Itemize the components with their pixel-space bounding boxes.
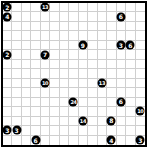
board-cell-r2c13[interactable]: [126, 22, 135, 31]
clue-circle: 3: [116, 41, 125, 50]
board-cell-r6c12[interactable]: [117, 60, 126, 69]
clue-circle: 6: [116, 97, 125, 106]
board-cell-r2c14[interactable]: [136, 22, 145, 31]
board-cell-r0c12[interactable]: [117, 3, 126, 12]
board-cell-r8c0[interactable]: [3, 79, 12, 88]
board-cell-r4c3[interactable]: [31, 41, 40, 50]
board-cell-r3c10[interactable]: [98, 31, 107, 40]
board-cell-r10c12[interactable]: 6: [117, 98, 126, 107]
board-cell-r13c5[interactable]: [50, 126, 59, 135]
board-cell-r7c10[interactable]: [98, 69, 107, 78]
board-cell-r14c11[interactable]: 4: [107, 136, 116, 145]
board-cell-r6c7[interactable]: [69, 60, 78, 69]
board-cell-r13c13[interactable]: [126, 126, 135, 135]
board-cell-r0c9[interactable]: [88, 3, 97, 12]
board-cell-r1c2[interactable]: [22, 12, 31, 21]
board-cell-r10c4[interactable]: [41, 98, 50, 107]
board-cell-r11c0[interactable]: [3, 107, 12, 116]
board-cell-r14c4[interactable]: [41, 136, 50, 145]
board-cell-r11c4[interactable]: [41, 107, 50, 116]
board-cell-r0c7[interactable]: [69, 3, 78, 12]
board-cell-r6c11[interactable]: [107, 60, 116, 69]
board-cell-r7c9[interactable]: [88, 69, 97, 78]
board-cell-r13c7[interactable]: [69, 126, 78, 135]
board-cell-r12c5[interactable]: [50, 117, 59, 126]
board-cell-r6c14[interactable]: [136, 60, 145, 69]
board-cell-r13c6[interactable]: [60, 126, 69, 135]
board-cell-r9c4[interactable]: [41, 88, 50, 97]
board-cell-r11c3[interactable]: [31, 107, 40, 116]
board-cell-r2c1[interactable]: [12, 22, 21, 31]
board-cell-r12c11[interactable]: 8: [107, 117, 116, 126]
board-cell-r8c2[interactable]: [22, 79, 31, 88]
board-cell-r4c5[interactable]: [50, 41, 59, 50]
board-cell-r1c12[interactable]: 6: [117, 12, 126, 21]
board-cell-r6c2[interactable]: [22, 60, 31, 69]
board-cell-r9c9[interactable]: [88, 88, 97, 97]
board-cell-r5c14[interactable]: [136, 50, 145, 59]
board-cell-r5c1[interactable]: [12, 50, 21, 59]
board-cell-r1c3[interactable]: [31, 12, 40, 21]
board-cell-r7c5[interactable]: [50, 69, 59, 78]
board-cell-r3c5[interactable]: [50, 31, 59, 40]
board-cell-r12c8[interactable]: 14: [79, 117, 88, 126]
board-cell-r0c13[interactable]: [126, 3, 135, 12]
board-cell-r12c9[interactable]: [88, 117, 97, 126]
board-cell-r11c12[interactable]: [117, 107, 126, 116]
board-cell-r5c6[interactable]: [60, 50, 69, 59]
board-cell-r2c9[interactable]: [88, 22, 97, 31]
board-cell-r0c3[interactable]: [31, 3, 40, 12]
board-cell-r10c6[interactable]: [60, 98, 69, 107]
board-cell-r13c4[interactable]: [41, 126, 50, 135]
board-cell-r2c10[interactable]: [98, 22, 107, 31]
board-cell-r12c3[interactable]: [31, 117, 40, 126]
board-cell-r11c14[interactable]: 10: [136, 107, 145, 116]
board-cell-r14c5[interactable]: [50, 136, 59, 145]
board-cell-r10c8[interactable]: [79, 98, 88, 107]
board-cell-r5c10[interactable]: [98, 50, 107, 59]
kuromasu-board: 213469362710132461014833643: [1, 1, 147, 147]
board-cell-r9c6[interactable]: [60, 88, 69, 97]
board-cell-r14c0[interactable]: [3, 136, 12, 145]
board-cell-r3c3[interactable]: [31, 31, 40, 40]
board-cell-r13c12[interactable]: [117, 126, 126, 135]
board-cell-r0c11[interactable]: [107, 3, 116, 12]
board-cell-r5c12[interactable]: [117, 50, 126, 59]
board-cell-r9c3[interactable]: [31, 88, 40, 97]
clue-circle: 13: [41, 3, 50, 12]
clue-circle: 24: [69, 97, 78, 106]
board-cell-r8c12[interactable]: [117, 79, 126, 88]
board-cell-r8c5[interactable]: [50, 79, 59, 88]
board-cell-r13c0[interactable]: 3: [3, 126, 12, 135]
board-cell-r11c1[interactable]: [12, 107, 21, 116]
board-cell-r10c7[interactable]: 24: [69, 98, 78, 107]
board-cell-r7c2[interactable]: [22, 69, 31, 78]
board-cell-r6c3[interactable]: [31, 60, 40, 69]
board-cell-r4c7[interactable]: [69, 41, 78, 50]
board-cell-r5c4[interactable]: 7: [41, 50, 50, 59]
board-cell-r14c1[interactable]: [12, 136, 21, 145]
board-cell-r1c11[interactable]: [107, 12, 116, 21]
board-cell-r9c8[interactable]: [79, 88, 88, 97]
board-cell-r11c13[interactable]: [126, 107, 135, 116]
board-cell-r14c9[interactable]: [88, 136, 97, 145]
board-cell-r10c9[interactable]: [88, 98, 97, 107]
board-cell-r2c4[interactable]: [41, 22, 50, 31]
board-cell-r1c14[interactable]: [136, 12, 145, 21]
board-cell-r12c12[interactable]: [117, 117, 126, 126]
board-cell-r14c14[interactable]: 3: [136, 136, 145, 145]
board-cell-r1c8[interactable]: [79, 12, 88, 21]
board-cell-r6c5[interactable]: [50, 60, 59, 69]
board-cell-r12c1[interactable]: [12, 117, 21, 126]
clue-circle: 2: [3, 50, 12, 59]
board-cell-r8c11[interactable]: [107, 79, 116, 88]
board-cell-r1c7[interactable]: [69, 12, 78, 21]
board-cell-r4c4[interactable]: [41, 41, 50, 50]
board-cell-r12c13[interactable]: [126, 117, 135, 126]
board-cell-r12c10[interactable]: [98, 117, 107, 126]
clue-circle: 14: [78, 116, 87, 125]
board-cell-r7c4[interactable]: [41, 69, 50, 78]
board-cell-r10c0[interactable]: [3, 98, 12, 107]
board-cell-r10c2[interactable]: [22, 98, 31, 107]
clue-circle: 13: [97, 78, 106, 87]
board-cell-r0c5[interactable]: [50, 3, 59, 12]
board-cell-r5c0[interactable]: 2: [3, 50, 12, 59]
board-cell-r10c11[interactable]: [107, 98, 116, 107]
board-cell-r11c6[interactable]: [60, 107, 69, 116]
board-cell-r4c8[interactable]: 9: [79, 41, 88, 50]
board-cell-r13c8[interactable]: [79, 126, 88, 135]
clue-circle: 6: [116, 12, 125, 21]
board-cell-r10c1[interactable]: [12, 98, 21, 107]
board-cell-r1c9[interactable]: [88, 12, 97, 21]
board-cell-r2c5[interactable]: [50, 22, 59, 31]
board-cell-r12c0[interactable]: [3, 117, 12, 126]
board-cell-r9c11[interactable]: [107, 88, 116, 97]
board-cell-r0c4[interactable]: 13: [41, 3, 50, 12]
board-cell-r4c10[interactable]: [98, 41, 107, 50]
board-cell-r10c14[interactable]: [136, 98, 145, 107]
board-cell-r13c2[interactable]: [22, 126, 31, 135]
clue-circle: 10: [136, 107, 145, 116]
board-cell-r2c12[interactable]: [117, 22, 126, 31]
board-cell-r11c5[interactable]: [50, 107, 59, 116]
board-cell-r3c0[interactable]: [3, 31, 12, 40]
board-cell-r0c0[interactable]: 2: [3, 3, 12, 12]
board-cell-r5c5[interactable]: [50, 50, 59, 59]
board-cell-r3c14[interactable]: [136, 31, 145, 40]
board-cell-r8c9[interactable]: [88, 79, 97, 88]
board-cell-r7c12[interactable]: [117, 69, 126, 78]
board-cell-r3c7[interactable]: [69, 31, 78, 40]
board-cell-r2c6[interactable]: [60, 22, 69, 31]
board-cell-r3c8[interactable]: [79, 31, 88, 40]
clue-circle: 6: [31, 136, 40, 145]
board-cell-r3c4[interactable]: [41, 31, 50, 40]
board-cell-r1c6[interactable]: [60, 12, 69, 21]
board-cell-r0c10[interactable]: [98, 3, 107, 12]
board-cell-r7c6[interactable]: [60, 69, 69, 78]
board-cell-r3c9[interactable]: [88, 31, 97, 40]
board-cell-r11c2[interactable]: [22, 107, 31, 116]
board-cell-r9c5[interactable]: [50, 88, 59, 97]
board-cell-r10c5[interactable]: [50, 98, 59, 107]
board-cell-r12c14[interactable]: [136, 117, 145, 126]
board-cell-r1c13[interactable]: [126, 12, 135, 21]
board-cell-r7c3[interactable]: [31, 69, 40, 78]
board-cell-r6c13[interactable]: [126, 60, 135, 69]
board-cell-r9c2[interactable]: [22, 88, 31, 97]
board-cell-r9c13[interactable]: [126, 88, 135, 97]
board-cell-r9c7[interactable]: [69, 88, 78, 97]
board-cell-r14c8[interactable]: [79, 136, 88, 145]
board-cell-r9c12[interactable]: [117, 88, 126, 97]
board-cell-r8c7[interactable]: [69, 79, 78, 88]
board-cell-r1c1[interactable]: [12, 12, 21, 21]
board-cell-r7c0[interactable]: [3, 69, 12, 78]
board-cell-r7c8[interactable]: [79, 69, 88, 78]
board-cell-r13c3[interactable]: [31, 126, 40, 135]
board-cell-r4c1[interactable]: [12, 41, 21, 50]
board-cell-r8c8[interactable]: [79, 79, 88, 88]
board-cell-r5c11[interactable]: [107, 50, 116, 59]
board-cell-r1c0[interactable]: 4: [3, 12, 12, 21]
board-cell-r14c6[interactable]: [60, 136, 69, 145]
board-cell-r6c0[interactable]: [3, 60, 12, 69]
board-cell-r8c3[interactable]: [31, 79, 40, 88]
board-cell-r2c7[interactable]: [69, 22, 78, 31]
clue-circle: 2: [3, 3, 12, 12]
board-cell-r14c2[interactable]: [22, 136, 31, 145]
board-cell-r4c14[interactable]: [136, 41, 145, 50]
board-cell-r6c6[interactable]: [60, 60, 69, 69]
board-cell-r6c4[interactable]: [41, 60, 50, 69]
board-cell-r2c2[interactable]: [22, 22, 31, 31]
board-cell-r5c3[interactable]: [31, 50, 40, 59]
board-cell-r6c1[interactable]: [12, 60, 21, 69]
board-cell-r9c14[interactable]: [136, 88, 145, 97]
clue-circle: 9: [78, 41, 87, 50]
board-cell-r4c2[interactable]: [22, 41, 31, 50]
board-cell-r12c2[interactable]: [22, 117, 31, 126]
board-cell-r1c10[interactable]: [98, 12, 107, 21]
board-cell-r0c1[interactable]: [12, 3, 21, 12]
board-cell-r5c7[interactable]: [69, 50, 78, 59]
board-cell-r9c1[interactable]: [12, 88, 21, 97]
board-cell-r13c10[interactable]: [98, 126, 107, 135]
board-cell-r14c13[interactable]: [126, 136, 135, 145]
board-cell-r5c8[interactable]: [79, 50, 88, 59]
board-cell-r12c4[interactable]: [41, 117, 50, 126]
board-cell-r11c7[interactable]: [69, 107, 78, 116]
board-cell-r8c6[interactable]: [60, 79, 69, 88]
board-cell-r2c0[interactable]: [3, 22, 12, 31]
board-cell-r6c9[interactable]: [88, 60, 97, 69]
clue-circle: 3: [12, 126, 21, 135]
board-cell-r4c13[interactable]: 6: [126, 41, 135, 50]
board-cell-r0c14[interactable]: [136, 3, 145, 12]
board-cell-r3c2[interactable]: [22, 31, 31, 40]
board-cell-r7c14[interactable]: [136, 69, 145, 78]
board-cell-r8c1[interactable]: [12, 79, 21, 88]
board-cell-r14c3[interactable]: 6: [31, 136, 40, 145]
board-cell-r7c7[interactable]: [69, 69, 78, 78]
board-cell-r4c6[interactable]: [60, 41, 69, 50]
clue-circle: 4: [107, 136, 116, 145]
board-cell-r12c6[interactable]: [60, 117, 69, 126]
board-cell-r8c13[interactable]: [126, 79, 135, 88]
board-cell-r11c9[interactable]: [88, 107, 97, 116]
board-cell-r13c14[interactable]: [136, 126, 145, 135]
board-cell-r6c8[interactable]: [79, 60, 88, 69]
board-cell-r11c11[interactable]: [107, 107, 116, 116]
board-cell-r1c4[interactable]: [41, 12, 50, 21]
board-cell-r5c9[interactable]: [88, 50, 97, 59]
board-cell-r4c0[interactable]: [3, 41, 12, 50]
clue-circle: 3: [136, 136, 145, 145]
clue-circle: 6: [126, 41, 135, 50]
board-cell-r4c11[interactable]: [107, 41, 116, 50]
board-cell-r8c10[interactable]: 13: [98, 79, 107, 88]
board-cell-r9c0[interactable]: [3, 88, 12, 97]
board-cell-r4c12[interactable]: 3: [117, 41, 126, 50]
board-cell-r2c11[interactable]: [107, 22, 116, 31]
clue-circle: 8: [107, 116, 116, 125]
board-cell-r2c3[interactable]: [31, 22, 40, 31]
board-cell-r7c13[interactable]: [126, 69, 135, 78]
board-cell-r3c11[interactable]: [107, 31, 116, 40]
board-cell-r8c4[interactable]: 10: [41, 79, 50, 88]
board-cell-r0c8[interactable]: [79, 3, 88, 12]
board-cell-r11c10[interactable]: [98, 107, 107, 116]
board-cell-r5c13[interactable]: [126, 50, 135, 59]
board-cell-r0c2[interactable]: [22, 3, 31, 12]
board-cell-r14c7[interactable]: [69, 136, 78, 145]
board-cell-r5c2[interactable]: [22, 50, 31, 59]
board-cell-r9c10[interactable]: [98, 88, 107, 97]
board-cell-r3c6[interactable]: [60, 31, 69, 40]
board-cell-r4c9[interactable]: [88, 41, 97, 50]
clue-circle: 10: [41, 78, 50, 87]
board-cell-r14c12[interactable]: [117, 136, 126, 145]
clue-circle: 3: [3, 126, 12, 135]
board-cell-r1c5[interactable]: [50, 12, 59, 21]
board-cell-r10c3[interactable]: [31, 98, 40, 107]
clue-circle: 4: [3, 12, 12, 21]
board-cell-r10c13[interactable]: [126, 98, 135, 107]
board-cell-r10c10[interactable]: [98, 98, 107, 107]
board-cell-r14c10[interactable]: [98, 136, 107, 145]
board-cell-r13c1[interactable]: 3: [12, 126, 21, 135]
board-cell-r2c8[interactable]: [79, 22, 88, 31]
board-cell-r11c8[interactable]: [79, 107, 88, 116]
board-cell-r13c9[interactable]: [88, 126, 97, 135]
board-cell-r3c13[interactable]: [126, 31, 135, 40]
board-cell-r3c1[interactable]: [12, 31, 21, 40]
board-cell-r13c11[interactable]: [107, 126, 116, 135]
board-cell-r0c6[interactable]: [60, 3, 69, 12]
board-cell-r7c1[interactable]: [12, 69, 21, 78]
board-cell-r12c7[interactable]: [69, 117, 78, 126]
board-cell-r6c10[interactable]: [98, 60, 107, 69]
board-cell-r3c12[interactable]: [117, 31, 126, 40]
board-cell-r7c11[interactable]: [107, 69, 116, 78]
board-cell-r8c14[interactable]: [136, 79, 145, 88]
clue-circle: 7: [41, 50, 50, 59]
